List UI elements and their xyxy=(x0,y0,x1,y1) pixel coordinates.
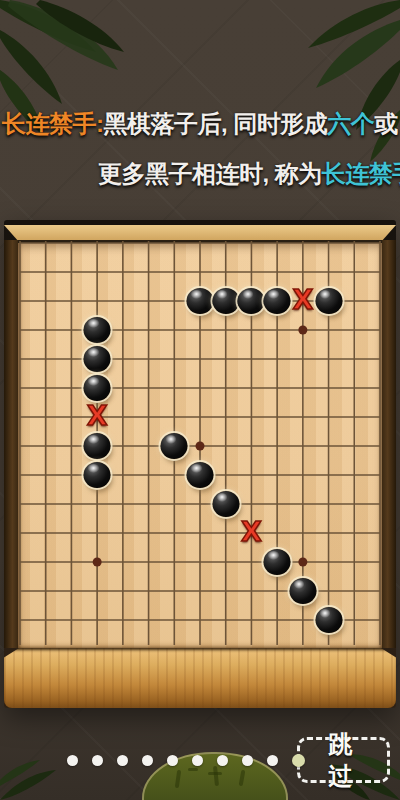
page-dot xyxy=(142,755,153,766)
black-stone xyxy=(187,462,214,488)
black-stone xyxy=(84,317,111,343)
rule-text-segment: 更多黑子相连时, 称为 xyxy=(98,160,322,187)
black-stone xyxy=(84,346,111,372)
rule-text: 长连禁手:黑棋落子后, 同时形成六个或 更多黑子相连时, 称为长连禁手。 xyxy=(0,99,400,199)
page-dot xyxy=(167,755,178,766)
rule-text-segment: 长连禁手 xyxy=(322,160,400,187)
forbidden-x-mark: X xyxy=(87,400,108,431)
black-stone xyxy=(238,288,265,314)
board-frame-left-side xyxy=(4,240,18,648)
page-dot xyxy=(67,755,78,766)
forbidden-x-mark: X xyxy=(241,516,262,547)
board-frame-right-side xyxy=(382,240,396,648)
rule-text-segment: 或 xyxy=(374,110,398,137)
skip-button[interactable]: 跳 过 xyxy=(297,737,390,783)
black-stone xyxy=(187,288,214,314)
page-dot xyxy=(267,755,278,766)
board-frame-front-face xyxy=(4,648,396,708)
black-stone xyxy=(84,375,111,401)
black-stone xyxy=(315,288,342,314)
rule-text-segment: 长连禁手: xyxy=(2,110,104,137)
page-dot xyxy=(217,755,228,766)
bamboo-leaves-bottom-left-icon xyxy=(0,740,60,800)
black-stone xyxy=(84,462,111,488)
black-stone xyxy=(84,433,111,459)
page-dot xyxy=(117,755,128,766)
black-stone xyxy=(212,288,239,314)
page-indicator-dots xyxy=(67,754,305,767)
page-dot xyxy=(192,755,203,766)
black-stone xyxy=(289,578,316,604)
page-dot xyxy=(92,755,103,766)
black-stone xyxy=(161,433,188,459)
page-dot xyxy=(242,755,253,766)
rule-line-2: 更多黑子相连时, 称为长连禁手。 xyxy=(0,149,400,199)
board-surface: XXX xyxy=(18,240,382,648)
black-stone xyxy=(264,549,291,575)
rule-text-segment: 黑棋落子后, 同时形成 xyxy=(104,110,328,137)
rule-line-1: 长连禁手:黑棋落子后, 同时形成六个或 xyxy=(0,99,400,149)
page-dot-active xyxy=(292,754,305,767)
forbidden-x-mark: X xyxy=(292,284,313,315)
gomoku-board: XXX xyxy=(4,220,396,708)
rule-text-segment: 六个 xyxy=(327,110,374,137)
black-stone xyxy=(264,288,291,314)
tutorial-screen: 长连禁手:黑棋落子后, 同时形成六个或 更多黑子相连时, 称为长连禁手。 XXX… xyxy=(0,0,400,800)
black-stone xyxy=(315,607,342,633)
piece-layer: XXX xyxy=(18,240,382,648)
skip-button-label: 跳 过 xyxy=(308,728,381,792)
black-stone xyxy=(212,491,239,517)
